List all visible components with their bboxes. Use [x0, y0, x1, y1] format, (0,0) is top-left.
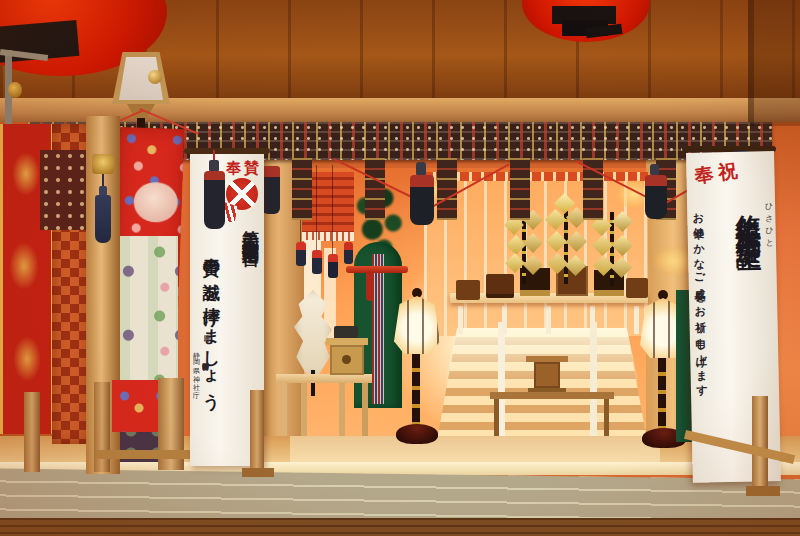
- left-banner-tassel-body: [204, 171, 225, 229]
- offering-box-1: [456, 280, 480, 300]
- gohei-2: [548, 200, 584, 284]
- gohei-paper: [523, 233, 543, 253]
- hassoku-leg-4: [362, 383, 368, 439]
- valance-strip: [510, 158, 530, 220]
- bell-string-2: [316, 165, 317, 251]
- hassoku-leg-3: [339, 383, 345, 439]
- hassoku-leg-1: [281, 383, 287, 439]
- wood-floor-front: [0, 518, 800, 536]
- left-banner-org-prefix: 財団法人: [204, 330, 210, 356]
- landing-sanbo-body: [534, 362, 560, 388]
- brocade-hanging: [40, 150, 90, 230]
- stair-railing-post-left: [498, 322, 505, 442]
- shrine-hall-photo: 奉賛 第六十二回神宮式年遷宮に 奉賛の誠を捧げましょう 財団法人 伊勢神宮式年遷…: [0, 0, 800, 536]
- bonbori-left-pole: [412, 354, 420, 428]
- altar-table-leg-2: [502, 306, 507, 334]
- low-bench-leg-left: [494, 399, 499, 439]
- bell-1: [296, 242, 306, 266]
- sanbo-hole: [342, 355, 351, 364]
- lantern-bracket-knob: [8, 82, 22, 98]
- banner-stand-rail: [96, 450, 192, 459]
- banner-stand-post: [24, 392, 40, 472]
- bell-string-3: [332, 165, 333, 255]
- right-banner-stand-post: [752, 396, 768, 492]
- bonbori-left-ribs: [394, 296, 440, 354]
- gohei-3: [592, 212, 632, 286]
- altar-table-leg-1: [458, 306, 463, 334]
- gohei-paper: [611, 257, 632, 278]
- gohei-1: [506, 210, 542, 284]
- post-tassel-body: [95, 195, 111, 243]
- valance-strip: [292, 158, 312, 220]
- corner-shade-right: [754, 0, 800, 126]
- right-banner-furigana: ひさひと: [764, 197, 773, 257]
- valance-strip: [437, 158, 457, 220]
- gohei-paper: [566, 231, 587, 252]
- gohei-paper: [612, 235, 633, 256]
- bell-2: [312, 250, 322, 274]
- bell-3: [328, 254, 338, 278]
- moon-motif: [133, 181, 178, 223]
- tassel-center: [416, 162, 426, 176]
- altar-table-leg-3: [546, 306, 551, 334]
- left-banner-stand-foot: [242, 468, 274, 477]
- tassel-right-body: [645, 175, 667, 219]
- tassel-jamb-left: [262, 166, 280, 214]
- wall-lamp-gold-ball: [148, 70, 162, 84]
- gold-embroidery: [13, 336, 41, 382]
- altar-table-leg-4: [590, 306, 595, 334]
- right-banner-stand-foot: [746, 486, 780, 496]
- right-banner-sub-line: お健やかなご成長をお祈り申し上げます: [692, 205, 708, 457]
- sanbo-body: [330, 345, 364, 375]
- gohei-paper: [612, 211, 633, 232]
- post-tassel-cord: [102, 174, 104, 186]
- hassoku-leg-2: [301, 383, 307, 439]
- altar-table-leg-5: [634, 306, 639, 334]
- left-banner-org-name: 伊勢神宮式年遷宮奉賛会静岡県本部: [202, 358, 209, 462]
- hassoku-table-top: [276, 374, 372, 383]
- gohei-paper: [565, 255, 586, 276]
- valance-strip: [365, 158, 385, 220]
- bonbori-left-base: [396, 424, 438, 444]
- gold-embroidery: [12, 152, 40, 196]
- left-banner-stand-post: [250, 390, 264, 474]
- gohei-paper: [523, 255, 543, 275]
- right-banner-header: 奉祝: [693, 157, 744, 190]
- low-bench-top: [490, 392, 614, 399]
- low-bench-leg-right: [604, 399, 609, 439]
- gold-embroidery: [9, 242, 39, 290]
- green-standard-rod: [346, 266, 408, 273]
- tassel-center-body: [410, 175, 434, 225]
- left-banner-org-name-2: 静岡県神社庁: [192, 346, 199, 446]
- stair-railing-post-right: [590, 322, 597, 442]
- sanbo-top-board: [326, 338, 368, 345]
- bonbori-right-pole: [658, 358, 666, 432]
- post-gold-fitting: [92, 154, 114, 174]
- green-standard-tassel: [366, 273, 374, 301]
- left-banner-header: 奉賛: [226, 159, 262, 178]
